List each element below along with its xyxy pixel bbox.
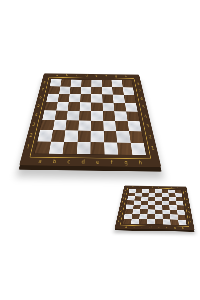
- square-h4: [126, 111, 139, 121]
- file-label-h: h: [179, 227, 187, 230]
- file-label-b: b: [47, 158, 62, 165]
- square-e6: [91, 94, 102, 102]
- rank-label-5: 5: [140, 103, 148, 112]
- file-label-d: d: [82, 74, 92, 77]
- square-d5: [79, 102, 91, 111]
- square-d4: [79, 111, 91, 121]
- rank-label-4: 4: [142, 112, 150, 122]
- square-g1: [117, 142, 132, 155]
- square-d1: [76, 142, 90, 154]
- square-f3: [103, 121, 116, 131]
- square-h2: [177, 215, 185, 220]
- rank-label-1: 1: [148, 143, 157, 155]
- file-label-c: c: [72, 74, 82, 77]
- square-f2: [103, 131, 117, 142]
- rank-label-7: 7: [137, 87, 144, 95]
- square-c4: [67, 111, 80, 121]
- square-e8: [155, 189, 162, 193]
- file-label-h: h: [121, 75, 131, 78]
- file-labels-bottom: abcdefgh: [122, 226, 187, 230]
- file-label-c: c: [138, 226, 146, 229]
- rank-label-6: 6: [138, 95, 145, 103]
- rank-label-1: 1: [23, 141, 33, 153]
- square-f6: [102, 94, 114, 102]
- square-c7: [70, 86, 81, 94]
- file-label-g: g: [119, 159, 134, 166]
- square-d2: [77, 131, 90, 142]
- file-label-h: h: [133, 159, 148, 166]
- square-c3: [65, 120, 78, 130]
- square-f7: [102, 87, 113, 95]
- rank-label-3: 3: [29, 120, 38, 130]
- square-e2: [91, 131, 104, 142]
- rank-label-7: 7: [39, 86, 46, 94]
- square-d1: [147, 219, 155, 224]
- square-f5: [102, 102, 114, 111]
- file-label-e: e: [91, 74, 101, 77]
- square-c1: [63, 142, 78, 154]
- rank-label-1: 1: [116, 218, 121, 223]
- product-photo-canvas: abcdefgh abcdefgh 87654321 87654321 abcd…: [0, 0, 200, 300]
- file-labels-top: abcdefgh: [52, 74, 131, 78]
- file-label-d: d: [146, 226, 154, 229]
- square-g1: [170, 219, 178, 224]
- square-c7: [142, 193, 149, 197]
- square-c2: [64, 130, 78, 141]
- square-c4: [140, 205, 148, 210]
- square-h1: [178, 219, 187, 224]
- square-e1: [155, 219, 163, 224]
- rank-label-2: 2: [146, 131, 155, 142]
- rank-label-5: 5: [35, 102, 43, 111]
- file-label-g: g: [111, 75, 121, 78]
- chess-board-large: abcdefgh abcdefgh 87654321 87654321: [19, 73, 161, 167]
- file-label-f: f: [101, 74, 111, 77]
- rank-label-3: 3: [144, 121, 152, 131]
- playing-field: [123, 189, 187, 225]
- file-label-b: b: [62, 74, 72, 77]
- file-label-f: f: [163, 226, 171, 229]
- square-e7: [91, 87, 102, 95]
- file-label-e: e: [155, 226, 163, 229]
- square-h3: [127, 121, 141, 131]
- file-label-c: c: [61, 158, 76, 165]
- file-label-a: a: [32, 158, 48, 165]
- playing-field: [35, 79, 146, 155]
- square-c6: [69, 94, 81, 102]
- square-c5: [68, 102, 80, 111]
- square-h7: [123, 87, 135, 95]
- square-h2: [129, 131, 144, 142]
- file-label-d: d: [76, 159, 91, 166]
- square-d6: [80, 94, 91, 102]
- square-h5: [125, 103, 138, 112]
- rank-label-2: 2: [26, 130, 35, 141]
- square-e5: [91, 102, 103, 111]
- square-f4: [103, 111, 116, 121]
- file-label-f: f: [104, 159, 119, 166]
- square-e3: [91, 120, 104, 130]
- file-labels-bottom: abcdefgh: [32, 158, 148, 166]
- square-f1: [104, 142, 118, 155]
- rank-label-1: 1: [188, 220, 193, 225]
- rank-label-6: 6: [37, 94, 44, 102]
- square-h1: [130, 142, 146, 155]
- square-h6: [124, 95, 136, 103]
- rank-label-4: 4: [32, 110, 40, 119]
- square-e1: [90, 142, 104, 154]
- square-e4: [91, 111, 103, 121]
- square-e8: [91, 80, 101, 87]
- square-f5: [162, 201, 169, 205]
- square-d7: [80, 87, 91, 95]
- file-label-e: e: [90, 159, 104, 166]
- rank-label-8: 8: [41, 79, 48, 86]
- file-label-h: h: [174, 187, 181, 189]
- square-d3: [78, 120, 91, 130]
- chess-board-small: abcdefgh abcdefgh 87654321 87654321: [115, 186, 195, 230]
